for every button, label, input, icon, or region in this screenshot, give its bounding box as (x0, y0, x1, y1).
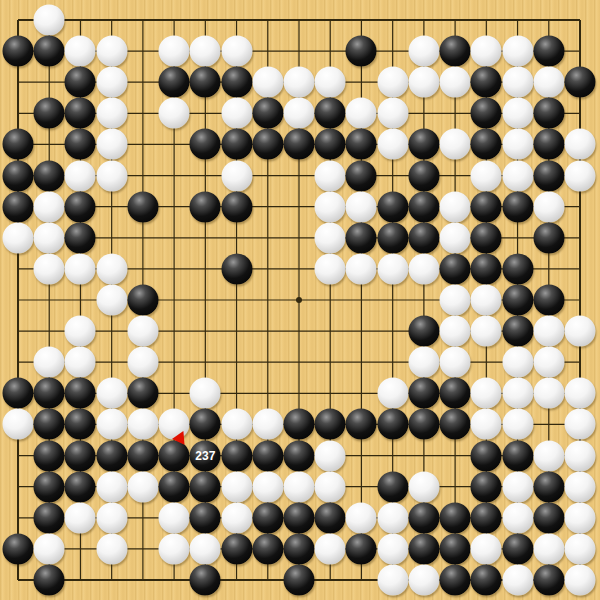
stone-white[interactable] (565, 129, 596, 160)
stone-black[interactable] (346, 129, 377, 160)
stone-black[interactable] (284, 533, 315, 564)
stone-white[interactable] (502, 502, 533, 533)
stone-white[interactable] (408, 36, 439, 67)
stone-black[interactable] (408, 502, 439, 533)
stone-white[interactable] (471, 378, 502, 409)
stone-black[interactable] (65, 471, 96, 502)
stone-white[interactable] (565, 533, 596, 564)
stone-black[interactable] (377, 471, 408, 502)
stone-white[interactable] (565, 409, 596, 440)
stone-black[interactable] (34, 471, 65, 502)
stone-white[interactable] (315, 471, 346, 502)
stone-white[interactable] (34, 222, 65, 253)
stone-white[interactable] (159, 36, 190, 67)
stone-black[interactable] (65, 129, 96, 160)
stone-black[interactable] (502, 316, 533, 347)
stone-black[interactable] (34, 98, 65, 129)
stone-black[interactable] (408, 129, 439, 160)
stone-white[interactable] (190, 533, 221, 564)
stone-black[interactable] (408, 378, 439, 409)
stone-black[interactable] (533, 129, 564, 160)
stone-white[interactable] (502, 67, 533, 98)
stone-white[interactable] (221, 98, 252, 129)
stone-black[interactable] (127, 285, 158, 316)
stone-black[interactable] (408, 191, 439, 222)
stone-white[interactable] (96, 129, 127, 160)
stone-white[interactable] (533, 533, 564, 564)
stone-white[interactable] (565, 502, 596, 533)
stone-black[interactable] (190, 129, 221, 160)
stone-black[interactable] (3, 378, 34, 409)
stone-white[interactable] (96, 67, 127, 98)
stone-white[interactable] (315, 67, 346, 98)
stone-white[interactable] (315, 222, 346, 253)
stone-black[interactable] (252, 98, 283, 129)
stone-black[interactable] (533, 285, 564, 316)
stone-white[interactable] (159, 98, 190, 129)
stone-black[interactable] (221, 440, 252, 471)
stone-black[interactable] (346, 36, 377, 67)
last-move-number: 237 (190, 440, 221, 471)
stone-black[interactable] (408, 316, 439, 347)
stone-black[interactable] (408, 533, 439, 564)
stone-white[interactable] (502, 347, 533, 378)
stone-black[interactable] (471, 67, 502, 98)
stone-black[interactable] (440, 36, 471, 67)
stone-black[interactable] (502, 440, 533, 471)
stone-white[interactable] (440, 222, 471, 253)
stone-black[interactable] (440, 253, 471, 284)
stone-white[interactable] (315, 253, 346, 284)
stone-black[interactable] (502, 191, 533, 222)
stone-white[interactable] (65, 36, 96, 67)
stone-black[interactable] (533, 502, 564, 533)
stone-black[interactable] (315, 502, 346, 533)
stone-white[interactable] (284, 471, 315, 502)
stone-black[interactable] (190, 191, 221, 222)
stone-white[interactable] (377, 253, 408, 284)
stone-black[interactable] (471, 253, 502, 284)
stone-white[interactable] (533, 316, 564, 347)
stone-white[interactable] (440, 191, 471, 222)
stone-black[interactable] (533, 471, 564, 502)
stone-black[interactable] (34, 502, 65, 533)
stone-white[interactable] (221, 409, 252, 440)
stone-white[interactable] (34, 191, 65, 222)
stone-black[interactable] (471, 440, 502, 471)
stone-black[interactable] (502, 533, 533, 564)
stone-black[interactable] (377, 191, 408, 222)
stone-black[interactable] (533, 565, 564, 596)
stone-black[interactable] (34, 378, 65, 409)
stone-white[interactable] (533, 67, 564, 98)
stone-black[interactable] (34, 36, 65, 67)
stone-black[interactable] (440, 409, 471, 440)
stone-black[interactable] (3, 191, 34, 222)
stone-white[interactable] (65, 502, 96, 533)
stone-black[interactable] (190, 471, 221, 502)
stone-white[interactable] (65, 253, 96, 284)
stone-black[interactable] (34, 440, 65, 471)
stone-white[interactable] (533, 378, 564, 409)
stone-white[interactable] (96, 253, 127, 284)
stone-black[interactable] (533, 160, 564, 191)
stone-white[interactable] (408, 67, 439, 98)
stone-black[interactable] (284, 440, 315, 471)
stone-black[interactable] (346, 160, 377, 191)
stone-white[interactable] (533, 440, 564, 471)
stone-black[interactable] (471, 98, 502, 129)
stone-white[interactable] (96, 471, 127, 502)
stone-white[interactable] (315, 191, 346, 222)
stone-black[interactable] (315, 98, 346, 129)
stone-black[interactable] (127, 191, 158, 222)
stone-white[interactable] (440, 285, 471, 316)
stone-white[interactable] (377, 502, 408, 533)
stone-black[interactable] (471, 502, 502, 533)
stone-white[interactable] (408, 565, 439, 596)
stone-white[interactable] (221, 502, 252, 533)
stone-black[interactable] (221, 253, 252, 284)
stone-black[interactable] (440, 502, 471, 533)
stone-white[interactable] (377, 67, 408, 98)
stone-black[interactable] (408, 409, 439, 440)
stone-white[interactable] (65, 160, 96, 191)
stone-white[interactable] (440, 129, 471, 160)
stone-white[interactable] (471, 409, 502, 440)
stone-black[interactable] (440, 565, 471, 596)
stone-white[interactable] (221, 160, 252, 191)
stone-white[interactable] (96, 378, 127, 409)
stone-black[interactable] (65, 98, 96, 129)
stone-black[interactable] (159, 471, 190, 502)
stone-white[interactable] (96, 160, 127, 191)
stone-black[interactable] (440, 533, 471, 564)
stone-white[interactable] (96, 533, 127, 564)
stone-white[interactable] (565, 440, 596, 471)
stone-white[interactable] (346, 253, 377, 284)
stone-white[interactable] (502, 129, 533, 160)
stone-white[interactable] (315, 533, 346, 564)
stone-black[interactable] (65, 222, 96, 253)
stone-white[interactable] (377, 98, 408, 129)
stone-white[interactable] (34, 347, 65, 378)
stone-white[interactable] (502, 36, 533, 67)
stone-black[interactable] (533, 98, 564, 129)
stone-black[interactable] (471, 129, 502, 160)
stone-black[interactable] (502, 253, 533, 284)
stone-black[interactable] (190, 409, 221, 440)
stone-black[interactable] (471, 471, 502, 502)
stone-white[interactable] (65, 347, 96, 378)
stone-white[interactable] (408, 347, 439, 378)
stone-white[interactable] (565, 471, 596, 502)
stone-black[interactable] (159, 440, 190, 471)
stone-black[interactable] (284, 565, 315, 596)
stone-black[interactable] (315, 409, 346, 440)
stone-white[interactable] (96, 36, 127, 67)
go-board[interactable]: 237 (0, 0, 600, 600)
stone-black[interactable] (565, 67, 596, 98)
stone-white[interactable] (159, 533, 190, 564)
stone-black[interactable] (252, 502, 283, 533)
stone-white[interactable] (502, 98, 533, 129)
stone-white[interactable] (377, 533, 408, 564)
stone-black[interactable] (190, 67, 221, 98)
stone-white[interactable] (377, 565, 408, 596)
stone-black[interactable] (127, 378, 158, 409)
stone-white[interactable] (96, 502, 127, 533)
stone-white[interactable] (284, 67, 315, 98)
stone-black[interactable] (221, 191, 252, 222)
stone-white[interactable] (346, 98, 377, 129)
stone-white[interactable] (533, 347, 564, 378)
stone-white[interactable] (159, 502, 190, 533)
stone-white[interactable] (34, 253, 65, 284)
stone-black[interactable] (65, 67, 96, 98)
stone-white[interactable] (471, 316, 502, 347)
stone-black[interactable] (3, 533, 34, 564)
stone-black[interactable] (252, 440, 283, 471)
stone-white[interactable] (471, 36, 502, 67)
stone-black[interactable] (96, 440, 127, 471)
stone-black[interactable] (3, 36, 34, 67)
stone-black[interactable] (471, 565, 502, 596)
stone-black[interactable] (408, 222, 439, 253)
stone-black[interactable] (65, 440, 96, 471)
stone-white[interactable] (440, 67, 471, 98)
stone-black[interactable] (3, 129, 34, 160)
stone-black[interactable] (159, 67, 190, 98)
stone-black[interactable] (533, 36, 564, 67)
stone-white[interactable] (502, 471, 533, 502)
stone-black[interactable] (533, 222, 564, 253)
stone-black[interactable] (440, 378, 471, 409)
stone-white[interactable] (565, 378, 596, 409)
stone-white[interactable] (127, 471, 158, 502)
stone-white[interactable] (346, 191, 377, 222)
stone-white[interactable] (96, 98, 127, 129)
stone-black[interactable] (34, 160, 65, 191)
stone-black[interactable] (377, 409, 408, 440)
stone-white[interactable] (533, 191, 564, 222)
stone-black[interactable] (346, 409, 377, 440)
stone-white[interactable] (34, 5, 65, 36)
stone-white[interactable] (3, 409, 34, 440)
stone-white[interactable] (377, 129, 408, 160)
stone-white[interactable] (502, 565, 533, 596)
stone-white[interactable] (34, 533, 65, 564)
stone-black[interactable] (408, 160, 439, 191)
stone-black[interactable] (284, 129, 315, 160)
stone-white[interactable] (3, 222, 34, 253)
stone-white[interactable] (65, 316, 96, 347)
stone-white[interactable] (471, 285, 502, 316)
stone-last-move[interactable]: 237 (190, 440, 221, 471)
stone-black[interactable] (190, 565, 221, 596)
stone-black[interactable] (252, 533, 283, 564)
stone-black[interactable] (315, 129, 346, 160)
stone-white[interactable] (252, 471, 283, 502)
stone-white[interactable] (346, 502, 377, 533)
stone-white[interactable] (565, 565, 596, 596)
stone-white[interactable] (190, 36, 221, 67)
stone-black[interactable] (221, 67, 252, 98)
stone-black[interactable] (65, 191, 96, 222)
stone-black[interactable] (471, 191, 502, 222)
stone-white[interactable] (315, 160, 346, 191)
stone-white[interactable] (190, 378, 221, 409)
stone-black[interactable] (502, 285, 533, 316)
stone-white[interactable] (127, 347, 158, 378)
stone-white[interactable] (471, 160, 502, 191)
stone-black[interactable] (190, 502, 221, 533)
stone-white[interactable] (565, 316, 596, 347)
stone-white[interactable] (565, 160, 596, 191)
stone-black[interactable] (284, 502, 315, 533)
stone-white[interactable] (96, 409, 127, 440)
stone-white[interactable] (252, 409, 283, 440)
stone-black[interactable] (127, 440, 158, 471)
stone-black[interactable] (34, 565, 65, 596)
stone-white[interactable] (127, 409, 158, 440)
stone-white[interactable] (408, 471, 439, 502)
stone-black[interactable] (471, 222, 502, 253)
stone-white[interactable] (377, 378, 408, 409)
stone-black[interactable] (346, 533, 377, 564)
stone-white[interactable] (471, 533, 502, 564)
stone-white[interactable] (502, 409, 533, 440)
stone-white[interactable] (96, 285, 127, 316)
stone-black[interactable] (65, 409, 96, 440)
stone-white[interactable] (315, 440, 346, 471)
stone-white[interactable] (408, 253, 439, 284)
stone-black[interactable] (3, 160, 34, 191)
stone-black[interactable] (221, 129, 252, 160)
stone-white[interactable] (502, 160, 533, 191)
stone-black[interactable] (346, 222, 377, 253)
stone-white[interactable] (252, 67, 283, 98)
stone-white[interactable] (502, 378, 533, 409)
stone-white[interactable] (440, 316, 471, 347)
stone-black[interactable] (284, 409, 315, 440)
stone-white[interactable] (221, 36, 252, 67)
stone-white[interactable] (440, 347, 471, 378)
stone-black[interactable] (377, 222, 408, 253)
stone-black[interactable] (252, 129, 283, 160)
stone-white[interactable] (221, 471, 252, 502)
stone-black[interactable] (221, 533, 252, 564)
stone-white[interactable] (127, 316, 158, 347)
stone-black[interactable] (34, 409, 65, 440)
stone-white[interactable] (284, 98, 315, 129)
stone-black[interactable] (65, 378, 96, 409)
